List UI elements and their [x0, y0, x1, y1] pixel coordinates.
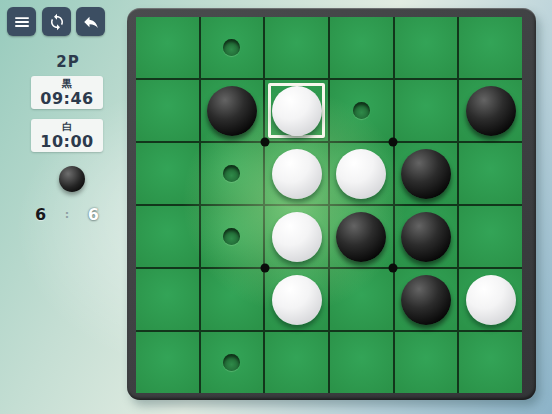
black-disc: [401, 212, 451, 262]
board-cell-b2[interactable]: [201, 80, 264, 141]
board-cell-a5[interactable]: [136, 269, 199, 330]
board-cell-c1[interactable]: [265, 17, 328, 78]
othello-board: [136, 17, 522, 393]
board-star-point: [389, 263, 398, 272]
legal-move-hint-dot[interactable]: [353, 102, 370, 119]
restart-button[interactable]: [42, 7, 71, 36]
menu-button[interactable]: [7, 7, 36, 36]
white-disc: [272, 86, 322, 136]
board-cell-a2[interactable]: [136, 80, 199, 141]
board-cell-d3[interactable]: [330, 143, 393, 204]
board-cell-b1[interactable]: [201, 17, 264, 78]
legal-move-hint-dot[interactable]: [223, 165, 240, 182]
white-disc: [272, 212, 322, 262]
board-cell-f6[interactable]: [459, 332, 522, 393]
board-cell-b3[interactable]: [201, 143, 264, 204]
board-star-point: [260, 263, 269, 272]
board-cell-c3[interactable]: [265, 143, 328, 204]
board-cell-e5[interactable]: [395, 269, 458, 330]
black-disc: [401, 149, 451, 199]
turn-indicator-black-disc: [59, 166, 85, 192]
refresh-icon: [48, 13, 66, 31]
board-star-point: [260, 138, 269, 147]
score-row: 6 : 6: [31, 205, 103, 224]
board-cell-c2[interactable]: [265, 80, 328, 141]
board-cell-a3[interactable]: [136, 143, 199, 204]
board-cell-a4[interactable]: [136, 206, 199, 267]
board-cell-c6[interactable]: [265, 332, 328, 393]
board-cell-f2[interactable]: [459, 80, 522, 141]
board-cell-f4[interactable]: [459, 206, 522, 267]
legal-move-hint-dot[interactable]: [223, 228, 240, 245]
board-cell-d2[interactable]: [330, 80, 393, 141]
board-star-point: [389, 138, 398, 147]
black-score: 6: [35, 205, 46, 224]
white-clock-time: 10:00: [31, 133, 103, 150]
board-cell-e2[interactable]: [395, 80, 458, 141]
board-cell-a6[interactable]: [136, 332, 199, 393]
board-cell-c4[interactable]: [265, 206, 328, 267]
board-cell-f5[interactable]: [459, 269, 522, 330]
white-disc: [336, 149, 386, 199]
black-clock-card: 黒 09:46: [31, 76, 103, 109]
board-cell-c5[interactable]: [265, 269, 328, 330]
undo-icon: [82, 13, 100, 31]
board-cell-d5[interactable]: [330, 269, 393, 330]
legal-move-hint-dot[interactable]: [223, 39, 240, 56]
board-cell-e1[interactable]: [395, 17, 458, 78]
board-cell-d6[interactable]: [330, 332, 393, 393]
black-clock-time: 09:46: [31, 90, 103, 107]
board-cell-d4[interactable]: [330, 206, 393, 267]
black-disc: [466, 86, 516, 136]
board-cell-f3[interactable]: [459, 143, 522, 204]
white-disc: [466, 275, 516, 325]
board-cell-b6[interactable]: [201, 332, 264, 393]
board-cell-b4[interactable]: [201, 206, 264, 267]
board-cell-a1[interactable]: [136, 17, 199, 78]
board-cell-e3[interactable]: [395, 143, 458, 204]
legal-move-hint-dot[interactable]: [223, 354, 240, 371]
board-cell-e6[interactable]: [395, 332, 458, 393]
menu-icon: [13, 13, 31, 31]
board-cell-e4[interactable]: [395, 206, 458, 267]
white-clock-card: 白 10:00: [31, 119, 103, 152]
board-cell-b5[interactable]: [201, 269, 264, 330]
othello-app: 2P 黒 09:46 白 10:00 6 : 6: [0, 0, 552, 414]
black-disc: [401, 275, 451, 325]
white-disc: [272, 149, 322, 199]
board-frame: [127, 8, 536, 400]
black-disc: [336, 212, 386, 262]
black-disc: [207, 86, 257, 136]
mode-label: 2P: [20, 53, 116, 71]
board-cell-d1[interactable]: [330, 17, 393, 78]
board-cell-f1[interactable]: [459, 17, 522, 78]
score-separator: :: [65, 208, 69, 221]
white-disc: [272, 275, 322, 325]
undo-button[interactable]: [76, 7, 105, 36]
white-score: 6: [88, 205, 99, 224]
